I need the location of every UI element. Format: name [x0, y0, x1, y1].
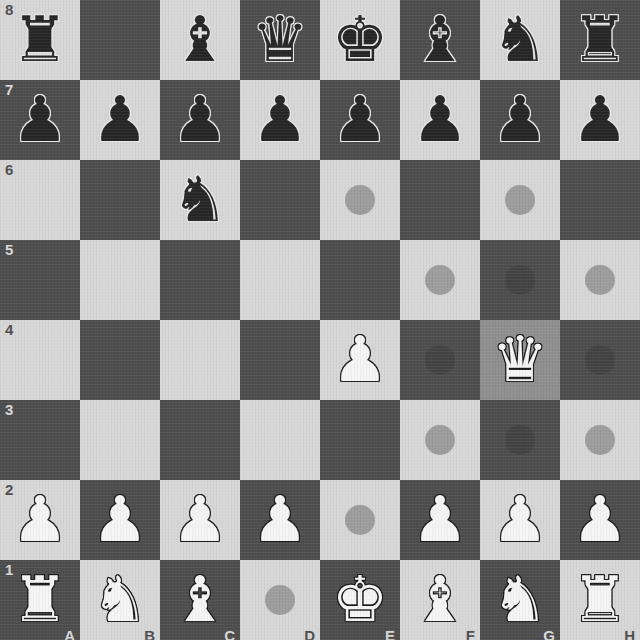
square-g1[interactable]: G♞	[480, 560, 560, 640]
square-h4[interactable]	[560, 320, 640, 400]
chessboard: 8♜♝♛♚♝♞♜7♟♟♟♟♟♟♟♟6♞54♟♛32♟♟♟♟♟♟♟1A♜B♞C♝D…	[0, 0, 640, 640]
square-a1[interactable]: 1A♜	[0, 560, 80, 640]
black-king[interactable]: ♚	[320, 0, 400, 80]
rank-label-3: 3	[5, 401, 13, 418]
white-knight[interactable]: ♞	[80, 560, 160, 640]
white-pawn[interactable]: ♟	[560, 480, 640, 560]
square-c7[interactable]: ♟	[160, 80, 240, 160]
move-hint-dot[interactable]	[425, 265, 455, 295]
square-h1[interactable]: H♜	[560, 560, 640, 640]
square-f7[interactable]: ♟	[400, 80, 480, 160]
square-c4[interactable]	[160, 320, 240, 400]
square-c5[interactable]	[160, 240, 240, 320]
square-g8[interactable]: ♞	[480, 0, 560, 80]
white-rook[interactable]: ♜	[0, 560, 80, 640]
white-pawn[interactable]: ♟	[480, 480, 560, 560]
square-a2[interactable]: 2♟	[0, 480, 80, 560]
square-a6[interactable]: 6	[0, 160, 80, 240]
white-bishop[interactable]: ♝	[160, 560, 240, 640]
black-queen[interactable]: ♛	[240, 0, 320, 80]
square-b2[interactable]: ♟	[80, 480, 160, 560]
square-h5[interactable]	[560, 240, 640, 320]
square-d7[interactable]: ♟	[240, 80, 320, 160]
move-hint-dot[interactable]	[505, 185, 535, 215]
black-pawn[interactable]: ♟	[320, 80, 400, 160]
move-hint-dot[interactable]	[505, 265, 535, 295]
square-d6[interactable]	[240, 160, 320, 240]
black-pawn[interactable]: ♟	[0, 80, 80, 160]
square-e6[interactable]	[320, 160, 400, 240]
square-d8[interactable]: ♛	[240, 0, 320, 80]
square-f4[interactable]	[400, 320, 480, 400]
chess-app-board-view: 8♜♝♛♚♝♞♜7♟♟♟♟♟♟♟♟6♞54♟♛32♟♟♟♟♟♟♟1A♜B♞C♝D…	[0, 0, 640, 640]
white-pawn[interactable]: ♟	[320, 320, 400, 400]
black-knight[interactable]: ♞	[160, 160, 240, 240]
square-d3[interactable]	[240, 400, 320, 480]
rank-label-6: 6	[5, 161, 13, 178]
black-pawn[interactable]: ♟	[400, 80, 480, 160]
square-g5[interactable]	[480, 240, 560, 320]
white-knight[interactable]: ♞	[480, 560, 560, 640]
square-f6[interactable]	[400, 160, 480, 240]
white-pawn[interactable]: ♟	[400, 480, 480, 560]
square-g6[interactable]	[480, 160, 560, 240]
square-g2[interactable]: ♟	[480, 480, 560, 560]
move-hint-dot[interactable]	[585, 345, 615, 375]
square-e1[interactable]: E♚	[320, 560, 400, 640]
black-rook[interactable]: ♜	[0, 0, 80, 80]
square-d4[interactable]	[240, 320, 320, 400]
file-label-d: D	[304, 627, 315, 640]
square-a5[interactable]: 5	[0, 240, 80, 320]
move-hint-dot[interactable]	[425, 345, 455, 375]
square-e3[interactable]	[320, 400, 400, 480]
black-pawn[interactable]: ♟	[480, 80, 560, 160]
square-b5[interactable]	[80, 240, 160, 320]
square-a8[interactable]: 8♜	[0, 0, 80, 80]
square-h3[interactable]	[560, 400, 640, 480]
square-e8[interactable]: ♚	[320, 0, 400, 80]
move-hint-dot[interactable]	[425, 425, 455, 455]
square-h8[interactable]: ♜	[560, 0, 640, 80]
square-c6[interactable]: ♞	[160, 160, 240, 240]
square-c3[interactable]	[160, 400, 240, 480]
square-c8[interactable]: ♝	[160, 0, 240, 80]
square-c1[interactable]: C♝	[160, 560, 240, 640]
square-d5[interactable]	[240, 240, 320, 320]
square-b8[interactable]	[80, 0, 160, 80]
square-b6[interactable]	[80, 160, 160, 240]
square-f1[interactable]: F♝	[400, 560, 480, 640]
black-bishop[interactable]: ♝	[400, 0, 480, 80]
rank-label-4: 4	[5, 321, 13, 338]
square-g4[interactable]: ♛	[480, 320, 560, 400]
black-knight[interactable]: ♞	[480, 0, 560, 80]
square-h6[interactable]	[560, 160, 640, 240]
square-d1[interactable]: D	[240, 560, 320, 640]
white-bishop[interactable]: ♝	[400, 560, 480, 640]
square-h7[interactable]: ♟	[560, 80, 640, 160]
square-a3[interactable]: 3	[0, 400, 80, 480]
square-b1[interactable]: B♞	[80, 560, 160, 640]
white-pawn[interactable]: ♟	[80, 480, 160, 560]
square-b7[interactable]: ♟	[80, 80, 160, 160]
square-e2[interactable]	[320, 480, 400, 560]
square-f2[interactable]: ♟	[400, 480, 480, 560]
square-f5[interactable]	[400, 240, 480, 320]
black-pawn[interactable]: ♟	[560, 80, 640, 160]
square-a4[interactable]: 4	[0, 320, 80, 400]
move-hint-dot[interactable]	[585, 425, 615, 455]
square-d2[interactable]: ♟	[240, 480, 320, 560]
white-pawn[interactable]: ♟	[160, 480, 240, 560]
white-pawn[interactable]: ♟	[240, 480, 320, 560]
square-b4[interactable]	[80, 320, 160, 400]
move-hint-dot[interactable]	[505, 425, 535, 455]
white-rook[interactable]: ♜	[560, 560, 640, 640]
black-rook[interactable]: ♜	[560, 0, 640, 80]
square-e7[interactable]: ♟	[320, 80, 400, 160]
square-g3[interactable]	[480, 400, 560, 480]
white-pawn[interactable]: ♟	[0, 480, 80, 560]
square-f8[interactable]: ♝	[400, 0, 480, 80]
move-hint-dot[interactable]	[265, 585, 295, 615]
white-queen[interactable]: ♛	[480, 320, 560, 400]
square-b3[interactable]	[80, 400, 160, 480]
square-f3[interactable]	[400, 400, 480, 480]
white-king[interactable]: ♚	[320, 560, 400, 640]
square-c2[interactable]: ♟	[160, 480, 240, 560]
square-e5[interactable]	[320, 240, 400, 320]
square-a7[interactable]: 7♟	[0, 80, 80, 160]
square-g7[interactable]: ♟	[480, 80, 560, 160]
rank-label-5: 5	[5, 241, 13, 258]
square-e4[interactable]: ♟	[320, 320, 400, 400]
move-hint-dot[interactable]	[345, 505, 375, 535]
black-pawn[interactable]: ♟	[160, 80, 240, 160]
move-hint-dot[interactable]	[585, 265, 615, 295]
square-h2[interactable]: ♟	[560, 480, 640, 560]
move-hint-dot[interactable]	[345, 185, 375, 215]
black-pawn[interactable]: ♟	[80, 80, 160, 160]
black-pawn[interactable]: ♟	[240, 80, 320, 160]
black-bishop[interactable]: ♝	[160, 0, 240, 80]
